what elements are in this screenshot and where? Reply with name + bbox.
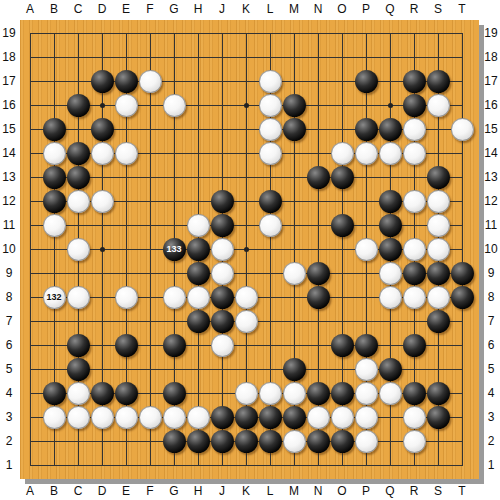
stone-white[interactable] xyxy=(331,406,354,429)
right-coordinate-label: 18 xyxy=(483,50,499,64)
hoshi-point xyxy=(244,103,249,108)
stone-black[interactable] xyxy=(451,286,474,309)
stone-black[interactable] xyxy=(379,214,402,237)
hoshi-point xyxy=(388,103,393,108)
stone-black[interactable] xyxy=(43,190,66,213)
top-coordinate-label: E xyxy=(118,2,134,16)
stone-white[interactable] xyxy=(403,406,426,429)
top-coordinate-label: G xyxy=(166,2,182,16)
stone-black[interactable] xyxy=(67,166,90,189)
bottom-coordinate-label: C xyxy=(70,484,86,498)
stone-white[interactable] xyxy=(235,310,258,333)
bottom-coordinate-label: T xyxy=(454,484,470,498)
stone-black[interactable] xyxy=(355,118,378,141)
stone-black[interactable] xyxy=(259,430,282,453)
right-coordinate-label: 9 xyxy=(483,266,499,280)
stone-white[interactable] xyxy=(403,118,426,141)
right-coordinate-label: 19 xyxy=(483,26,499,40)
stone-white[interactable] xyxy=(115,286,138,309)
stone-black[interactable] xyxy=(115,382,138,405)
bottom-coordinate-label: K xyxy=(238,484,254,498)
stone-white[interactable] xyxy=(115,406,138,429)
stone-black[interactable] xyxy=(379,190,402,213)
stone-white[interactable] xyxy=(163,94,186,117)
stone-black[interactable] xyxy=(67,334,90,357)
stone-black[interactable] xyxy=(331,430,354,453)
left-coordinate-label: 7 xyxy=(1,314,17,328)
top-coordinate-label: H xyxy=(190,2,206,16)
left-coordinate-label: 14 xyxy=(1,146,17,160)
stone-white[interactable] xyxy=(67,238,90,261)
stone-white[interactable] xyxy=(259,94,282,117)
top-coordinate-label: O xyxy=(334,2,350,16)
stone-black[interactable] xyxy=(427,262,450,285)
stone-white[interactable] xyxy=(403,238,426,261)
stone-white[interactable] xyxy=(355,238,378,261)
bottom-coordinate-label: D xyxy=(94,484,110,498)
stone-white[interactable] xyxy=(259,70,282,93)
right-coordinate-label: 8 xyxy=(483,290,499,304)
right-coordinate-label: 11 xyxy=(483,218,499,232)
bottom-coordinate-label: L xyxy=(262,484,278,498)
bottom-coordinate-label: P xyxy=(358,484,374,498)
stone-black[interactable] xyxy=(379,118,402,141)
stone-white[interactable] xyxy=(283,262,306,285)
left-coordinate-label: 6 xyxy=(1,338,17,352)
right-coordinate-label: 5 xyxy=(483,362,499,376)
stone-black[interactable] xyxy=(235,430,258,453)
bottom-coordinate-label: Q xyxy=(382,484,398,498)
stone-black[interactable] xyxy=(427,70,450,93)
top-coordinate-label: R xyxy=(406,2,422,16)
left-coordinate-label: 17 xyxy=(1,74,17,88)
stone-black[interactable] xyxy=(115,334,138,357)
bottom-coordinate-label: M xyxy=(286,484,302,498)
stone-black[interactable] xyxy=(403,262,426,285)
stone-white[interactable] xyxy=(163,286,186,309)
stone-black[interactable] xyxy=(91,70,114,93)
stone-white[interactable] xyxy=(355,358,378,381)
stone-white[interactable] xyxy=(355,142,378,165)
stone-black[interactable] xyxy=(43,118,66,141)
top-coordinate-label: Q xyxy=(382,2,398,16)
bottom-coordinate-label: O xyxy=(334,484,350,498)
stone-black[interactable] xyxy=(427,166,450,189)
right-coordinate-label: 16 xyxy=(483,98,499,112)
stone-black[interactable] xyxy=(427,382,450,405)
stone-black[interactable] xyxy=(355,334,378,357)
stone-black[interactable] xyxy=(163,334,186,357)
right-coordinate-label: 12 xyxy=(483,194,499,208)
stone-black[interactable] xyxy=(259,406,282,429)
stone-white[interactable] xyxy=(307,406,330,429)
stone-white[interactable] xyxy=(211,334,234,357)
move-number-label: 132 xyxy=(46,293,61,302)
stone-white[interactable] xyxy=(43,214,66,237)
left-coordinate-label: 11 xyxy=(1,218,17,232)
stone-white[interactable] xyxy=(331,142,354,165)
stone-white[interactable] xyxy=(187,286,210,309)
move-number-label: 133 xyxy=(166,245,181,254)
right-coordinate-label: 10 xyxy=(483,242,499,256)
stone-black[interactable] xyxy=(163,382,186,405)
stone-black[interactable] xyxy=(403,94,426,117)
stone-black[interactable] xyxy=(307,286,330,309)
stone-black[interactable] xyxy=(211,190,234,213)
stone-black[interactable] xyxy=(163,430,186,453)
stone-black[interactable] xyxy=(331,334,354,357)
bottom-coordinate-label: S xyxy=(430,484,446,498)
stone-black[interactable] xyxy=(283,94,306,117)
stone-white[interactable] xyxy=(259,382,282,405)
bottom-coordinate-label: B xyxy=(46,484,62,498)
stone-black[interactable] xyxy=(331,214,354,237)
stone-white[interactable] xyxy=(259,214,282,237)
right-coordinate-label: 15 xyxy=(483,122,499,136)
top-coordinate-label: P xyxy=(358,2,374,16)
stone-white[interactable] xyxy=(91,190,114,213)
stone-black[interactable] xyxy=(379,238,402,261)
stone-black[interactable] xyxy=(91,118,114,141)
stone-black[interactable] xyxy=(283,358,306,381)
stone-white[interactable] xyxy=(283,382,306,405)
left-coordinate-label: 10 xyxy=(1,242,17,256)
left-coordinate-label: 3 xyxy=(1,410,17,424)
stone-black[interactable] xyxy=(91,382,114,405)
stone-white[interactable] xyxy=(211,262,234,285)
stone-white[interactable] xyxy=(283,430,306,453)
stone-black[interactable] xyxy=(427,406,450,429)
grid-line-horizontal xyxy=(30,345,463,346)
stone-black[interactable] xyxy=(235,406,258,429)
top-coordinate-label: L xyxy=(262,2,278,16)
right-coordinate-label: 14 xyxy=(483,146,499,160)
left-coordinate-label: 19 xyxy=(1,26,17,40)
top-coordinate-label: A xyxy=(22,2,38,16)
stone-black[interactable] xyxy=(211,286,234,309)
stone-black[interactable] xyxy=(67,358,90,381)
stone-black[interactable] xyxy=(451,262,474,285)
stone-white[interactable] xyxy=(355,430,378,453)
left-coordinate-label: 1 xyxy=(1,458,17,472)
stone-white[interactable] xyxy=(43,406,66,429)
stone-white[interactable] xyxy=(163,406,186,429)
right-coordinate-label: 6 xyxy=(483,338,499,352)
stone-black[interactable] xyxy=(211,214,234,237)
top-coordinate-label: B xyxy=(46,2,62,16)
bottom-coordinate-label: A xyxy=(22,484,38,498)
stone-black[interactable] xyxy=(355,70,378,93)
stone-white[interactable] xyxy=(67,406,90,429)
bottom-coordinate-label: R xyxy=(406,484,422,498)
stone-black[interactable] xyxy=(211,406,234,429)
left-coordinate-label: 15 xyxy=(1,122,17,136)
stone-white[interactable] xyxy=(427,238,450,261)
top-coordinate-label: C xyxy=(70,2,86,16)
stone-black[interactable] xyxy=(307,262,330,285)
stone-black[interactable] xyxy=(307,166,330,189)
stone-white[interactable] xyxy=(211,238,234,261)
right-coordinate-label: 2 xyxy=(483,434,499,448)
stone-white[interactable] xyxy=(67,190,90,213)
left-coordinate-label: 5 xyxy=(1,362,17,376)
stone-white[interactable] xyxy=(91,406,114,429)
stone-black[interactable] xyxy=(67,94,90,117)
stone-black[interactable] xyxy=(403,382,426,405)
left-coordinate-label: 16 xyxy=(1,98,17,112)
stone-black[interactable] xyxy=(331,166,354,189)
bottom-coordinate-label: G xyxy=(166,484,182,498)
stone-black[interactable] xyxy=(115,70,138,93)
stone-black[interactable] xyxy=(211,310,234,333)
left-coordinate-label: 2 xyxy=(1,434,17,448)
left-coordinate-label: 12 xyxy=(1,194,17,208)
stone-black[interactable] xyxy=(187,262,210,285)
stone-white[interactable] xyxy=(139,406,162,429)
bottom-coordinate-label: H xyxy=(190,484,206,498)
stone-black[interactable] xyxy=(211,430,234,453)
stone-black[interactable] xyxy=(187,430,210,453)
bottom-coordinate-label: E xyxy=(118,484,134,498)
right-coordinate-label: 13 xyxy=(483,170,499,184)
left-coordinate-label: 8 xyxy=(1,290,17,304)
stone-black[interactable] xyxy=(259,190,282,213)
stone-white[interactable] xyxy=(403,430,426,453)
right-coordinate-label: 17 xyxy=(483,74,499,88)
right-coordinate-label: 4 xyxy=(483,386,499,400)
left-coordinate-label: 13 xyxy=(1,170,17,184)
stone-white[interactable] xyxy=(43,142,66,165)
stone-black[interactable] xyxy=(43,166,66,189)
top-coordinate-label: S xyxy=(430,2,446,16)
stone-white[interactable] xyxy=(235,382,258,405)
stone-black[interactable] xyxy=(307,430,330,453)
stone-white[interactable] xyxy=(427,214,450,237)
stone-white[interactable] xyxy=(235,286,258,309)
left-coordinate-label: 18 xyxy=(1,50,17,64)
stone-white[interactable] xyxy=(379,142,402,165)
top-coordinate-label: D xyxy=(94,2,110,16)
stone-black[interactable] xyxy=(283,406,306,429)
stone-white[interactable] xyxy=(67,286,90,309)
grid-line-vertical xyxy=(462,33,463,466)
left-coordinate-label: 9 xyxy=(1,266,17,280)
stone-white[interactable] xyxy=(403,142,426,165)
right-coordinate-label: 3 xyxy=(483,410,499,424)
stone-black[interactable] xyxy=(403,334,426,357)
stone-black[interactable] xyxy=(187,310,210,333)
bottom-coordinate-label: J xyxy=(214,484,230,498)
stone-white[interactable] xyxy=(187,406,210,429)
stone-white[interactable] xyxy=(355,406,378,429)
top-coordinate-label: N xyxy=(310,2,326,16)
stone-black[interactable] xyxy=(427,310,450,333)
right-coordinate-label: 1 xyxy=(483,458,499,472)
top-coordinate-label: K xyxy=(238,2,254,16)
stone-white[interactable] xyxy=(115,142,138,165)
top-coordinate-label: M xyxy=(286,2,302,16)
stone-black[interactable] xyxy=(67,142,90,165)
bottom-coordinate-label: N xyxy=(310,484,326,498)
stone-black[interactable] xyxy=(187,238,210,261)
bottom-coordinate-label: F xyxy=(142,484,158,498)
stone-black[interactable] xyxy=(331,382,354,405)
stone-white[interactable]: 132 xyxy=(43,286,66,309)
stone-white[interactable] xyxy=(91,142,114,165)
stone-white[interactable] xyxy=(427,286,450,309)
stone-black[interactable] xyxy=(43,382,66,405)
stone-black[interactable] xyxy=(307,382,330,405)
top-coordinate-label: F xyxy=(142,2,158,16)
stone-white[interactable] xyxy=(355,382,378,405)
stone-black[interactable]: 133 xyxy=(163,238,186,261)
stone-white[interactable] xyxy=(259,142,282,165)
top-coordinate-label: T xyxy=(454,2,470,16)
left-coordinate-label: 4 xyxy=(1,386,17,400)
stone-black[interactable] xyxy=(403,70,426,93)
stone-white[interactable] xyxy=(259,118,282,141)
stone-white[interactable] xyxy=(427,94,450,117)
stone-white[interactable] xyxy=(427,190,450,213)
hoshi-point xyxy=(244,247,249,252)
go-game-screen: AABBCCDDEEFFGGHHJJKKLLMMNNOOPPQQRRSSTT19… xyxy=(0,0,500,500)
top-coordinate-label: J xyxy=(214,2,230,16)
hoshi-point xyxy=(100,103,105,108)
grid-line-horizontal xyxy=(30,465,463,466)
stone-white[interactable] xyxy=(451,118,474,141)
stone-black[interactable] xyxy=(379,358,402,381)
stone-white[interactable] xyxy=(379,382,402,405)
stone-black[interactable] xyxy=(283,118,306,141)
stone-white[interactable] xyxy=(139,70,162,93)
stone-white[interactable] xyxy=(379,262,402,285)
stone-white[interactable] xyxy=(403,190,426,213)
stone-white[interactable] xyxy=(403,286,426,309)
hoshi-point xyxy=(100,247,105,252)
right-coordinate-label: 7 xyxy=(483,314,499,328)
stone-white[interactable] xyxy=(379,286,402,309)
stone-white[interactable] xyxy=(115,94,138,117)
stone-white[interactable] xyxy=(187,214,210,237)
stone-white[interactable] xyxy=(67,382,90,405)
